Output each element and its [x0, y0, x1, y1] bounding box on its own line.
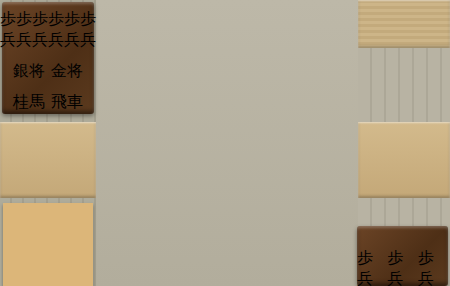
- shogi-piece-gote-飛車[interactable]: 飛車: [51, 92, 83, 113]
- shogi-piece-gote-金将[interactable]: 金将: [51, 61, 83, 82]
- sente-hand-row: 歩兵歩兵歩兵: [357, 248, 448, 286]
- shogi-piece-gote-歩兵[interactable]: 歩兵: [48, 9, 64, 51]
- gote-hand-tray: 歩兵歩兵歩兵歩兵歩兵歩兵銀将金将桂馬飛車: [2, 2, 94, 114]
- shogi-app-window: 歩兵歩兵歩兵歩兵歩兵歩兵銀将金将桂馬飛車 一手00:00 総時00:00 香車飛…: [0, 0, 450, 286]
- right-clock-backing: [358, 122, 450, 198]
- shogi-piece-gote-歩兵[interactable]: 歩兵: [32, 9, 48, 51]
- shogi-piece-sente-歩兵[interactable]: 歩兵: [387, 248, 417, 286]
- piece-box: [3, 203, 93, 286]
- shogi-piece-gote-歩兵[interactable]: 歩兵: [0, 9, 16, 51]
- sente-hand-tray: 歩兵歩兵歩兵: [357, 226, 448, 286]
- shogi-piece-sente-歩兵[interactable]: 歩兵: [418, 248, 448, 286]
- left-clock-backing: [0, 122, 96, 198]
- shogi-piece-gote-歩兵[interactable]: 歩兵: [64, 9, 80, 51]
- gote-hand-row: 歩兵歩兵歩兵歩兵歩兵歩兵: [2, 9, 94, 51]
- shogi-piece-sente-歩兵[interactable]: 歩兵: [357, 248, 387, 286]
- shogi-piece-gote-歩兵[interactable]: 歩兵: [80, 9, 96, 51]
- shogi-piece-gote-歩兵[interactable]: 歩兵: [16, 9, 32, 51]
- piece-box-interior: [8, 209, 88, 281]
- shogi-piece-gote-銀将[interactable]: 銀将: [13, 61, 45, 82]
- shogi-piece-gote-桂馬[interactable]: 桂馬: [13, 92, 45, 113]
- gote-hand-row: 銀将金将: [2, 61, 94, 82]
- logo-backing-panel: [358, 0, 450, 48]
- gote-hand-row: 桂馬飛車: [2, 92, 94, 113]
